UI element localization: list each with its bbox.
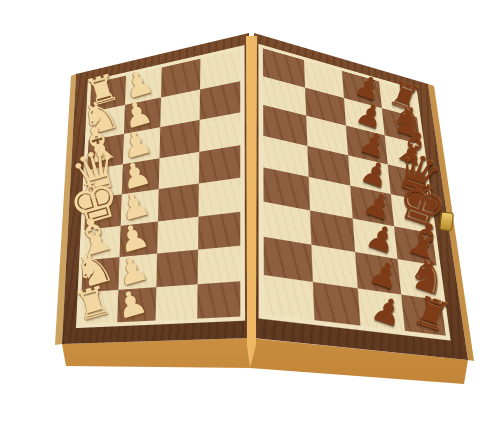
board-square — [401, 294, 446, 336]
board-grid-left — [80, 50, 240, 324]
board-square — [198, 178, 240, 217]
board-square — [120, 189, 159, 225]
board-square — [156, 284, 198, 321]
board-square — [81, 257, 119, 292]
board-square — [358, 288, 405, 331]
board-right-half — [253, 33, 468, 360]
board-square — [118, 254, 157, 290]
board-square — [117, 287, 157, 323]
board-square — [84, 194, 121, 229]
board-square — [197, 246, 240, 284]
board-square — [80, 289, 118, 324]
board-square — [119, 221, 158, 257]
board-square — [264, 274, 314, 320]
board-square — [83, 225, 120, 260]
board-left-half — [62, 33, 250, 344]
board-square — [156, 250, 197, 287]
board-square — [158, 184, 198, 221]
brass-clasp — [439, 211, 454, 231]
board-square — [197, 281, 241, 319]
board-square — [157, 216, 198, 253]
board-square — [197, 211, 240, 249]
board-square — [312, 281, 360, 325]
